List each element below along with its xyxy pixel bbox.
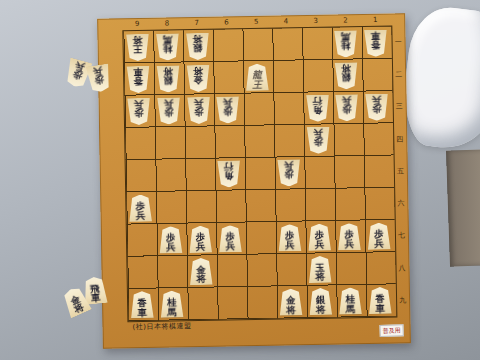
piece-kanji: 歩 <box>164 108 174 118</box>
file-label-6: 6 <box>221 18 231 26</box>
piece-kanji: 兵 <box>193 98 203 108</box>
board-usage-tag: 普及用 <box>379 324 403 337</box>
piece-kanji: 兵 <box>134 99 144 109</box>
piece-kanji: 馬 <box>162 34 172 44</box>
file-label-9: 9 <box>132 20 142 28</box>
piece-kanji: 兵 <box>284 161 294 171</box>
piece-kanji: 歩 <box>223 107 233 117</box>
piece-kanji: 兵 <box>342 95 352 105</box>
piece-kanji: 兵 <box>374 239 384 249</box>
piece-kanji: 将 <box>315 272 325 282</box>
piece-kanji: 車 <box>91 292 101 303</box>
piece-kanji: 将 <box>286 305 296 315</box>
piece-kanji: 兵 <box>164 98 174 108</box>
file-label-7: 7 <box>192 19 202 27</box>
piece-kanji: 兵 <box>372 95 382 105</box>
piece-kanji: 歩 <box>134 109 144 119</box>
rank-label-5: 五 <box>397 166 404 176</box>
file-label-2: 2 <box>340 16 350 24</box>
rank-label-3: 三 <box>396 102 403 112</box>
piece-kanji: 行 <box>312 96 322 106</box>
piece-kanji: 兵 <box>166 243 176 253</box>
piece-kanji: 馬 <box>341 31 351 41</box>
piece-kanji: 兵 <box>74 60 86 72</box>
piece-kanji: 歩 <box>342 105 352 115</box>
rank-label-8: 八 <box>398 263 405 273</box>
rank-label-4: 四 <box>396 134 403 144</box>
piece-kanji: 歩 <box>372 104 382 114</box>
piece-kanji: 兵 <box>226 241 236 251</box>
piece-kanji: 車 <box>133 67 143 77</box>
file-label-4: 4 <box>281 17 291 25</box>
piece-kanji: 香 <box>133 76 143 86</box>
piece-kanji: 馬 <box>167 307 177 317</box>
rank-label-6: 六 <box>397 198 404 208</box>
piece-kanji: 兵 <box>223 97 233 107</box>
piece-kanji: 将 <box>316 304 326 314</box>
rank-label-2: 二 <box>395 70 402 80</box>
shogi-board: (社)日本将棋連盟 普及用 987654321一二三四五六七八九王将桂馬銀将桂馬… <box>97 13 411 348</box>
rank-label-1: 一 <box>395 37 402 47</box>
piece-kanji: 銀 <box>163 76 173 86</box>
piece-kanji: 歩 <box>284 170 294 180</box>
piece-kanji: 将 <box>193 66 203 76</box>
plastic-bag <box>398 3 480 153</box>
piece-kanji: 角 <box>312 105 322 115</box>
photo-scene: (社)日本将棋連盟 普及用 987654321一二三四五六七八九王将桂馬銀将桂馬… <box>0 0 480 360</box>
file-label-5: 5 <box>251 18 261 26</box>
piece-kanji: 兵 <box>136 211 146 221</box>
cardboard-box <box>446 149 480 266</box>
file-label-1: 1 <box>370 16 380 24</box>
piece-kanji: 車 <box>137 307 147 317</box>
piece-kanji: 歩 <box>193 108 203 118</box>
file-label-8: 8 <box>162 19 172 27</box>
piece-kanji: 行 <box>224 162 234 172</box>
piece-kanji: 兵 <box>92 65 103 76</box>
piece-kanji: 将 <box>341 63 351 73</box>
piece-kanji: 金 <box>193 75 203 85</box>
piece-kanji: 歩 <box>313 138 323 148</box>
piece-kanji: 将 <box>73 302 86 315</box>
piece-kanji: 角 <box>224 171 234 181</box>
piece-kanji: 銀 <box>342 73 352 83</box>
piece-kanji: 将 <box>133 34 143 44</box>
piece-kanji: 将 <box>196 274 206 284</box>
piece-kanji: 車 <box>375 303 385 313</box>
file-label-3: 3 <box>311 17 321 25</box>
piece-kanji: 将 <box>163 66 173 76</box>
piece-kanji: 兵 <box>345 239 355 249</box>
rank-label-7: 七 <box>398 231 405 241</box>
piece-kanji: 王 <box>252 80 262 90</box>
piece-kanji: 将 <box>192 33 202 43</box>
piece-kanji: 兵 <box>315 240 325 250</box>
piece-kanji: 兵 <box>196 242 206 252</box>
piece-kanji: 車 <box>371 30 381 40</box>
piece-kanji: 兵 <box>313 128 323 138</box>
board-credit-text: (社)日本将棋連盟 <box>132 321 191 332</box>
rank-label-9: 九 <box>399 295 406 305</box>
piece-kanji: 兵 <box>285 240 295 250</box>
piece-kanji: 馬 <box>346 304 356 314</box>
